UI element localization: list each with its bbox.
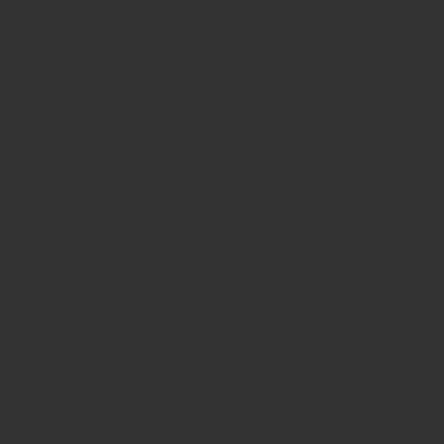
chess-board: [8, 8, 436, 436]
board-frame: [0, 0, 444, 444]
